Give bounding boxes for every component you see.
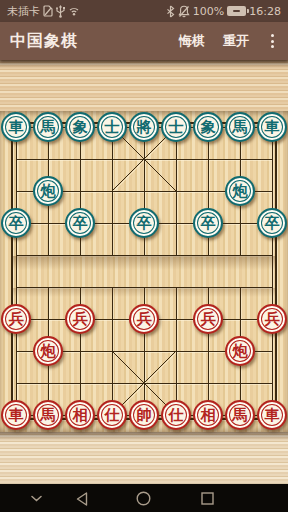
piece-glyph: 炮 (41, 183, 56, 198)
piece-glyph: 士 (105, 119, 120, 134)
piece-glyph: 兵 (137, 311, 152, 326)
piece-black-soldier[interactable]: 卒 (129, 208, 159, 238)
no-sim-label: 未插卡 (7, 4, 40, 19)
piece-red-elephant[interactable]: 相 (65, 400, 95, 430)
status-bar: 未插卡 (0, 0, 288, 22)
piece-red-cannon[interactable]: 炮 (33, 336, 63, 366)
hide-navbar-icon[interactable] (26, 484, 46, 512)
piece-glyph: 將 (137, 119, 152, 134)
piece-black-cannon[interactable]: 炮 (33, 176, 63, 206)
piece-black-soldier[interactable]: 卒 (193, 208, 223, 238)
piece-black-general[interactable]: 將 (129, 112, 159, 142)
piece-glyph: 仕 (105, 407, 120, 422)
piece-red-soldier[interactable]: 兵 (257, 304, 287, 334)
piece-red-soldier[interactable]: 兵 (65, 304, 95, 334)
piece-black-soldier[interactable]: 卒 (65, 208, 95, 238)
piece-glyph: 兵 (9, 311, 24, 326)
piece-glyph: 仕 (169, 407, 184, 422)
board-grid-svg (0, 111, 288, 432)
piece-glyph: 帥 (137, 407, 152, 422)
piece-glyph: 卒 (9, 215, 24, 230)
piece-red-general[interactable]: 帥 (129, 400, 159, 430)
bluetooth-icon (166, 5, 175, 18)
piece-red-soldier[interactable]: 兵 (193, 304, 223, 334)
piece-black-advisor[interactable]: 士 (161, 112, 191, 142)
overflow-menu-icon[interactable] (267, 32, 278, 50)
piece-red-horse[interactable]: 馬 (225, 400, 255, 430)
piece-black-soldier[interactable]: 卒 (257, 208, 287, 238)
piece-glyph: 炮 (233, 183, 248, 198)
piece-glyph: 炮 (41, 343, 56, 358)
bell-muted-icon (178, 5, 190, 18)
piece-black-elephant[interactable]: 象 (193, 112, 223, 142)
piece-black-chariot[interactable]: 車 (257, 112, 287, 142)
piece-red-cannon[interactable]: 炮 (225, 336, 255, 366)
clock: 16:28 (249, 5, 281, 18)
piece-red-chariot[interactable]: 車 (257, 400, 287, 430)
app-bar: 中国象棋 悔棋 重开 (0, 22, 288, 60)
piece-glyph: 炮 (233, 343, 248, 358)
piece-black-chariot[interactable]: 車 (1, 112, 31, 142)
piece-glyph: 相 (201, 407, 216, 422)
piece-red-soldier[interactable]: 兵 (1, 304, 31, 334)
back-icon[interactable] (72, 484, 92, 512)
phone-screen: 未插卡 (0, 0, 288, 512)
piece-black-soldier[interactable]: 卒 (1, 208, 31, 238)
battery-icon (227, 6, 246, 16)
piece-glyph: 兵 (265, 311, 280, 326)
sim-disabled-icon (43, 5, 53, 17)
piece-glyph: 馬 (233, 407, 248, 422)
piece-glyph: 馬 (41, 119, 56, 134)
piece-black-horse[interactable]: 馬 (33, 112, 63, 142)
piece-glyph: 卒 (73, 215, 88, 230)
piece-red-soldier[interactable]: 兵 (129, 304, 159, 334)
app-title: 中国象棋 (10, 31, 78, 52)
river (13, 256, 275, 270)
piece-glyph: 象 (201, 119, 216, 134)
piece-glyph: 卒 (201, 215, 216, 230)
piece-glyph: 象 (73, 119, 88, 134)
piece-glyph: 車 (9, 119, 24, 134)
piece-black-horse[interactable]: 馬 (225, 112, 255, 142)
piece-black-elephant[interactable]: 象 (65, 112, 95, 142)
piece-glyph: 車 (9, 407, 24, 422)
recents-icon[interactable] (197, 484, 217, 512)
restart-button[interactable]: 重开 (223, 32, 249, 50)
piece-red-advisor[interactable]: 仕 (97, 400, 127, 430)
piece-glyph: 士 (169, 119, 184, 134)
wifi-call-icon (68, 6, 80, 17)
piece-glyph: 馬 (41, 407, 56, 422)
river-bank-shade (13, 288, 275, 297)
piece-black-cannon[interactable]: 炮 (225, 176, 255, 206)
android-nav-bar (0, 483, 288, 512)
piece-glyph: 車 (265, 119, 280, 134)
piece-glyph: 車 (265, 407, 280, 422)
piece-red-chariot[interactable]: 車 (1, 400, 31, 430)
piece-glyph: 兵 (201, 311, 216, 326)
piece-black-advisor[interactable]: 士 (97, 112, 127, 142)
piece-red-horse[interactable]: 馬 (33, 400, 63, 430)
battery-percent: 100% (193, 5, 224, 18)
piece-red-advisor[interactable]: 仕 (161, 400, 191, 430)
piece-glyph: 卒 (137, 215, 152, 230)
home-icon[interactable] (133, 484, 154, 512)
table-wood-top (0, 60, 288, 111)
piece-glyph: 相 (73, 407, 88, 422)
xiangqi-board[interactable]: 車馬象士將士象馬車炮炮卒卒卒卒卒兵兵兵兵兵炮炮車馬相仕帥仕相馬車 (0, 111, 288, 432)
piece-glyph: 馬 (233, 119, 248, 134)
piece-glyph: 卒 (265, 215, 280, 230)
piece-red-elephant[interactable]: 相 (193, 400, 223, 430)
undo-move-button[interactable]: 悔棋 (179, 32, 205, 50)
usb-icon (56, 5, 65, 18)
table-wood-bottom (0, 432, 288, 483)
piece-glyph: 兵 (73, 311, 88, 326)
